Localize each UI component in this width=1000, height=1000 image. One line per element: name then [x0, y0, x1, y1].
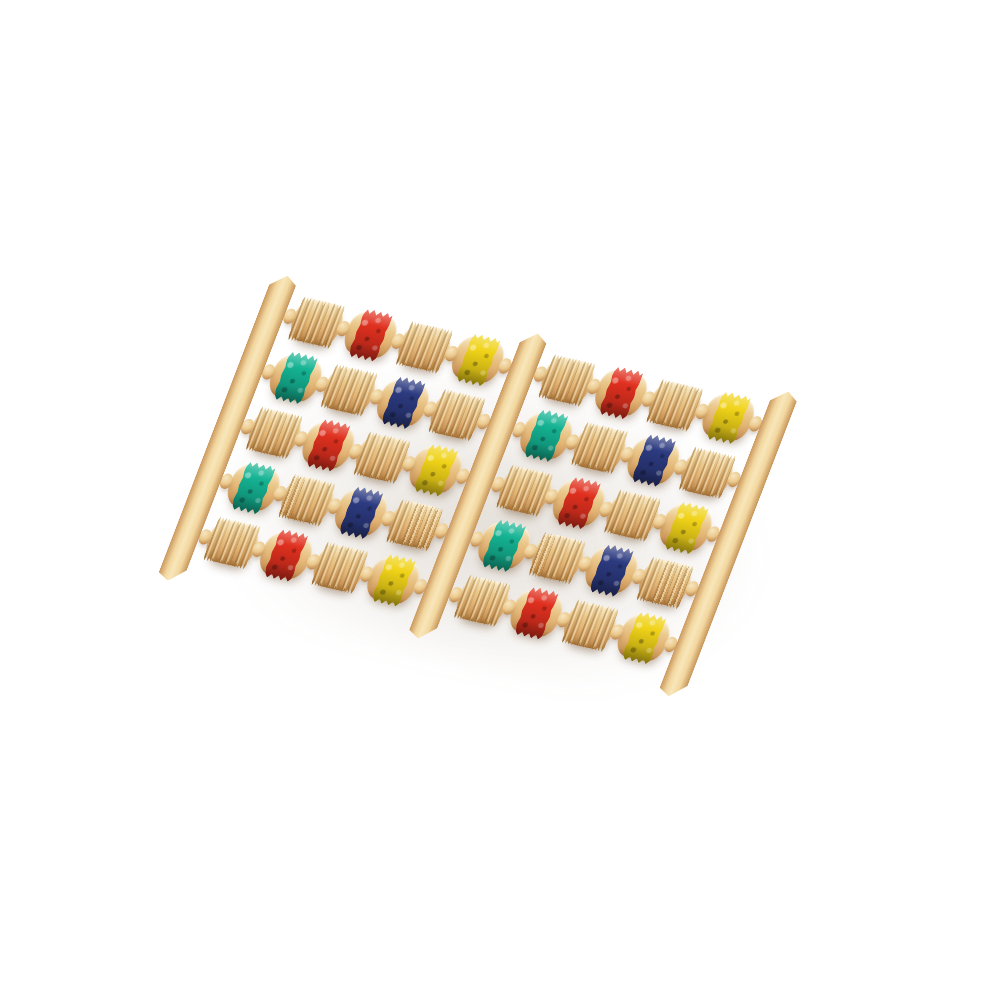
red-spiky-roller [339, 309, 402, 361]
red-spiky-roller [297, 419, 360, 471]
yellow-spike-band [413, 443, 460, 498]
wood-gear-roller [426, 389, 489, 441]
wood-gear-roller [243, 407, 306, 459]
teal-spike-band [480, 518, 527, 573]
foot-massage-roller [164, 282, 796, 679]
teal-spike-band [523, 408, 570, 463]
red-spike-band [555, 476, 602, 531]
red-spiky-roller [589, 367, 652, 419]
wood-gear-roller [601, 489, 664, 541]
wood-gear-roller [451, 575, 514, 627]
wood-gear-roller [559, 600, 622, 652]
yellow-spiky-roller [655, 502, 718, 554]
red-spike-band [305, 418, 352, 473]
navy-spike-band [380, 375, 427, 430]
yellow-spiky-roller [613, 612, 676, 664]
wood-gear-roller [201, 517, 264, 569]
teal-spiky-roller [514, 409, 577, 461]
navy-spiky-roller [622, 434, 685, 486]
yellow-spike-band [370, 553, 417, 608]
wood-gear-roller [493, 465, 556, 517]
wood-gear-roller [308, 542, 371, 594]
red-spike-band [263, 528, 310, 583]
navy-spike-band [630, 433, 677, 488]
wood-gear-roller [393, 321, 456, 373]
red-spike-band [513, 586, 560, 641]
navy-spike-band [338, 485, 385, 540]
navy-spiky-roller [329, 487, 392, 539]
navy-spiky-roller [372, 376, 435, 428]
wood-gear-roller [526, 532, 589, 584]
wood-gear-roller [676, 447, 739, 499]
wood-gear-roller [276, 474, 339, 526]
yellow-spiky-roller [697, 392, 760, 444]
yellow-spiky-roller [404, 444, 467, 496]
wood-gear-roller [643, 379, 706, 431]
yellow-spike-band [621, 611, 668, 666]
teal-spiky-roller [222, 462, 285, 514]
teal-spike-band [230, 461, 277, 516]
red-spike-band [598, 366, 645, 421]
red-spike-band [347, 308, 394, 363]
wood-gear-roller [536, 354, 599, 406]
navy-spike-band [588, 543, 635, 598]
red-spiky-roller [547, 477, 610, 529]
yellow-spike-band [705, 391, 752, 446]
teal-spiky-roller [264, 352, 327, 404]
wood-gear-roller [568, 422, 631, 474]
yellow-spiky-roller [362, 554, 425, 606]
navy-spiky-roller [580, 544, 643, 596]
wood-gear-roller [351, 432, 414, 484]
wood-gear-roller [285, 297, 348, 349]
yellow-spike-band [455, 333, 502, 388]
wood-gear-roller [634, 557, 697, 609]
product-photo-stage [0, 0, 1000, 1000]
teal-spiky-roller [472, 520, 535, 572]
wood-gear-roller [318, 364, 381, 416]
wood-gear-roller [383, 499, 446, 551]
red-spiky-roller [505, 587, 568, 639]
yellow-spiky-roller [447, 334, 510, 386]
red-spiky-roller [254, 529, 317, 581]
teal-spike-band [272, 350, 319, 405]
yellow-spike-band [663, 501, 710, 556]
